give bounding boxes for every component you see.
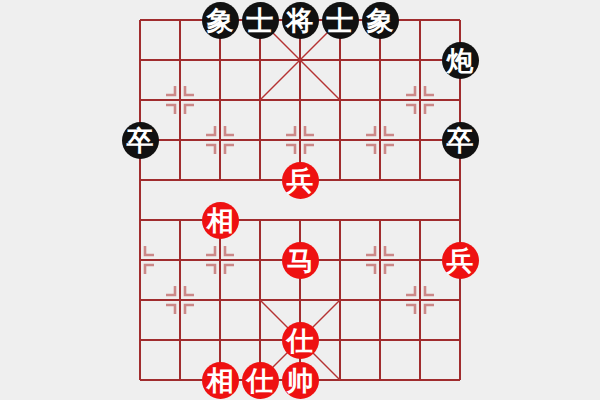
cell-red-elephant-2: 相 [200, 360, 240, 400]
piece-red-soldier-2[interactable]: 兵 [442, 242, 479, 279]
piece-black-soldier-2[interactable]: 卒 [442, 122, 479, 159]
cell-black-advisor-1: 士 [240, 0, 280, 40]
piece-black-general[interactable]: 将 [282, 2, 319, 39]
cell-black-advisor-2: 士 [320, 0, 360, 40]
cell-red-elephant-1: 相 [200, 200, 240, 240]
piece-black-soldier-1[interactable]: 卒 [122, 122, 159, 159]
piece-black-advisor-2[interactable]: 士 [322, 2, 359, 39]
piece-red-advisor-1[interactable]: 仕 [282, 322, 319, 359]
piece-red-soldier-1[interactable]: 兵 [282, 162, 319, 199]
cell-black-soldier-2: 卒 [440, 120, 480, 160]
cell-red-soldier-2: 兵 [440, 240, 480, 280]
piece-red-elephant-2[interactable]: 相 [202, 362, 239, 399]
piece-red-horse[interactable]: 马 [282, 242, 319, 279]
pieces-layer: 象士将士象炮卒卒兵相马兵仕相仕帅 [120, 0, 480, 400]
piece-red-elephant-1[interactable]: 相 [202, 202, 239, 239]
piece-black-elephant-2[interactable]: 象 [362, 2, 399, 39]
cell-black-elephant-1: 象 [200, 0, 240, 40]
cell-black-soldier-1: 卒 [120, 120, 160, 160]
piece-black-elephant-1[interactable]: 象 [202, 2, 239, 39]
cell-red-soldier-1: 兵 [280, 160, 320, 200]
piece-black-advisor-1[interactable]: 士 [242, 2, 279, 39]
piece-black-cannon[interactable]: 炮 [442, 42, 479, 79]
cell-red-king: 帅 [280, 360, 320, 400]
cell-red-advisor-2: 仕 [240, 360, 280, 400]
piece-red-advisor-2[interactable]: 仕 [242, 362, 279, 399]
cell-black-cannon: 炮 [440, 40, 480, 80]
cell-black-elephant-2: 象 [360, 0, 400, 40]
cell-black-general: 将 [280, 0, 320, 40]
xiangqi-screen: 象士将士象炮卒卒兵相马兵仕相仕帅 [0, 0, 600, 400]
cell-red-advisor-1: 仕 [280, 320, 320, 360]
piece-red-king[interactable]: 帅 [282, 362, 319, 399]
cell-red-horse: 马 [280, 240, 320, 280]
